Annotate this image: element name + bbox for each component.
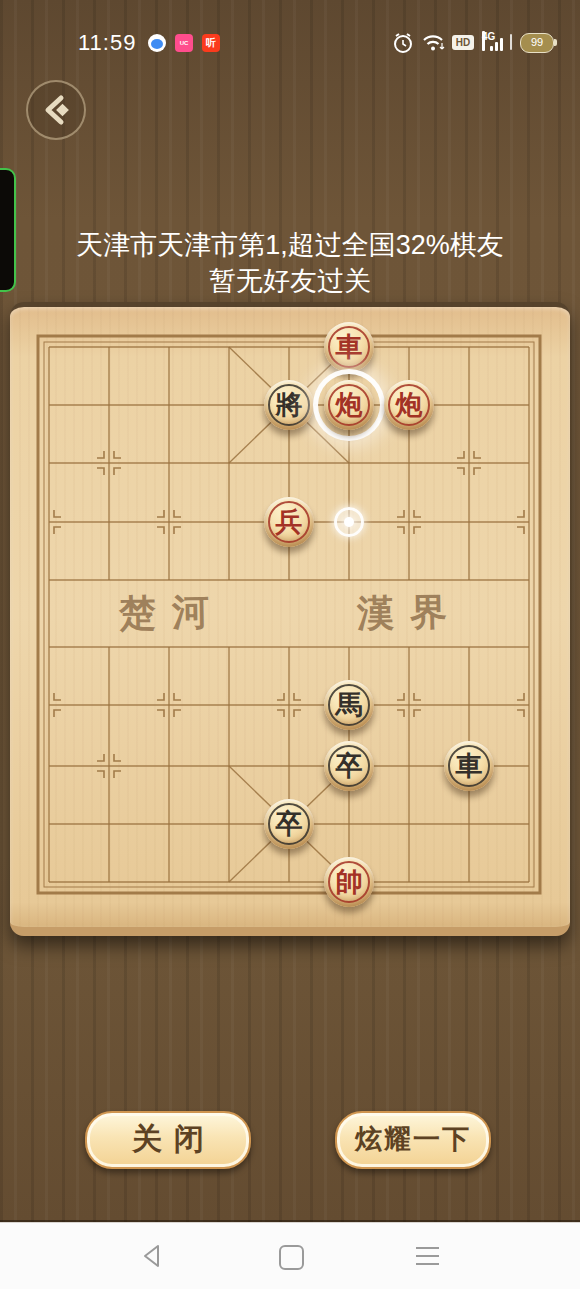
piece-black-馬[interactable]: 馬 <box>324 680 374 730</box>
android-nav-bar <box>0 1222 580 1289</box>
piece-red-帥[interactable]: 帥 <box>324 857 374 907</box>
move-origin-marker <box>334 507 364 537</box>
close-button-label: 关闭 <box>87 1113 249 1165</box>
rank-stats: 天津市天津市第1,超过全国32%棋友 暂无好友过关 <box>0 228 580 300</box>
piece-red-炮[interactable]: 炮 <box>384 380 434 430</box>
brag-button[interactable]: 炫耀一下 <box>335 1111 491 1169</box>
piece-character: 車 <box>444 741 494 791</box>
piece-black-卒[interactable]: 卒 <box>324 741 374 791</box>
piece-character: 帥 <box>324 857 374 907</box>
nav-menu-icon[interactable] <box>416 1247 439 1265</box>
piece-red-車[interactable]: 車 <box>324 322 374 372</box>
xiangqi-board[interactable]: 楚河 漢界 車將炮炮兵馬卒車卒帥 <box>10 302 570 936</box>
pink-app-icon: UC <box>175 34 193 52</box>
piece-character: 車 <box>324 322 374 372</box>
piece-black-將[interactable]: 將 <box>264 380 314 430</box>
back-arrow-icon <box>28 82 84 138</box>
river-label-left: 楚河 <box>72 586 273 639</box>
river-label-right: 漢界 <box>310 586 511 639</box>
close-button[interactable]: 关闭 <box>85 1111 251 1169</box>
rank-stats-line2: 暂无好友过关 <box>0 262 580 300</box>
piece-black-卒[interactable]: 卒 <box>264 799 314 849</box>
piece-black-車[interactable]: 車 <box>444 741 494 791</box>
listen-app-icon: 听 <box>202 34 220 52</box>
nav-home-icon[interactable] <box>279 1245 304 1270</box>
piece-character: 馬 <box>324 680 374 730</box>
hd-badge: HD <box>452 35 474 50</box>
piece-character: 兵 <box>264 497 314 547</box>
piece-character: 炮 <box>324 380 374 430</box>
piece-character: 卒 <box>324 741 374 791</box>
status-bar: 11:59 UC 听 HD 4G 99 <box>0 0 580 62</box>
piece-character: 卒 <box>264 799 314 849</box>
piece-red-炮[interactable]: 炮 <box>324 380 374 430</box>
nav-back-icon[interactable] <box>139 1243 165 1269</box>
back-button[interactable] <box>26 80 86 140</box>
browser-app-icon <box>148 34 166 52</box>
clock-time: 11:59 <box>78 30 136 56</box>
signal-4g-icon: 4G <box>482 34 504 51</box>
status-separator <box>510 34 512 50</box>
rank-stats-line1: 天津市天津市第1,超过全国32%棋友 <box>0 228 580 262</box>
piece-character: 炮 <box>384 380 434 430</box>
battery-indicator: 99 <box>520 33 554 53</box>
piece-character: 將 <box>264 380 314 430</box>
brag-button-label: 炫耀一下 <box>337 1113 489 1165</box>
piece-red-兵[interactable]: 兵 <box>264 497 314 547</box>
wifi-icon <box>422 33 446 53</box>
alarm-icon <box>392 32 414 54</box>
